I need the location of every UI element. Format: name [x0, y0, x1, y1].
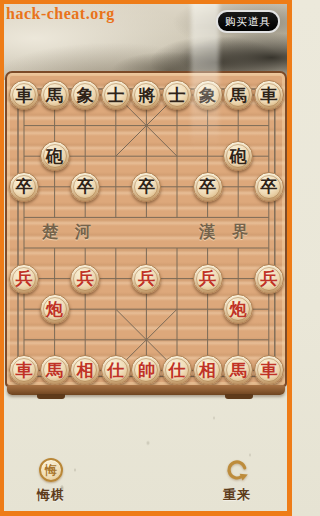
- piece-red-馬-r9c7[interactable]: 馬: [223, 355, 253, 385]
- undo-button-label: 悔棋: [37, 486, 65, 504]
- piece-red-仕-r9c5[interactable]: 仕: [162, 355, 192, 385]
- piece-black-馬-r0c1[interactable]: 馬: [40, 80, 70, 110]
- piece-red-車-r9c8[interactable]: 車: [254, 355, 284, 385]
- piece-black-卒-r3c0[interactable]: 卒: [9, 172, 39, 202]
- piece-red-馬-r9c1[interactable]: 馬: [40, 355, 70, 385]
- piece-black-將-r0c4[interactable]: 將: [131, 80, 161, 110]
- piece-red-炮-r7c1[interactable]: 炮: [40, 294, 70, 324]
- piece-black-卒-r3c6[interactable]: 卒: [193, 172, 223, 202]
- piece-red-兵-r6c4[interactable]: 兵: [131, 264, 161, 294]
- watermark-text: hack-cheat.org: [6, 5, 115, 23]
- restart-arrow-icon: [225, 458, 249, 482]
- restart-button-label: 重来: [223, 486, 251, 504]
- undo-move-button[interactable]: 悔 悔棋: [29, 458, 73, 504]
- piece-red-兵-r6c8[interactable]: 兵: [254, 264, 284, 294]
- piece-red-兵-r6c6[interactable]: 兵: [193, 264, 223, 294]
- piece-black-卒-r3c8[interactable]: 卒: [254, 172, 284, 202]
- restart-button[interactable]: 重来: [215, 458, 259, 504]
- piece-black-車-r0c8[interactable]: 車: [254, 80, 284, 110]
- piece-black-卒-r3c4[interactable]: 卒: [131, 172, 161, 202]
- piece-black-馬-r0c7[interactable]: 馬: [223, 80, 253, 110]
- piece-red-兵-r6c0[interactable]: 兵: [9, 264, 39, 294]
- piece-red-相-r9c2[interactable]: 相: [70, 355, 100, 385]
- piece-black-砲-r2c7[interactable]: 砲: [223, 141, 253, 171]
- piece-black-卒-r3c2[interactable]: 卒: [70, 172, 100, 202]
- piece-red-相-r9c6[interactable]: 相: [193, 355, 223, 385]
- piece-black-象-r0c2[interactable]: 象: [70, 80, 100, 110]
- piece-black-象-r0c6[interactable]: 象: [193, 80, 223, 110]
- piece-red-仕-r9c3[interactable]: 仕: [101, 355, 131, 385]
- piece-black-車-r0c0[interactable]: 車: [9, 80, 39, 110]
- piece-black-士-r0c5[interactable]: 士: [162, 80, 192, 110]
- undo-icon: 悔: [39, 458, 63, 482]
- board-base: [7, 385, 285, 395]
- piece-red-炮-r7c7[interactable]: 炮: [223, 294, 253, 324]
- piece-red-車-r9c0[interactable]: 車: [9, 355, 39, 385]
- piece-black-士-r0c3[interactable]: 士: [101, 80, 131, 110]
- piece-red-帥-r9c4[interactable]: 帥: [131, 355, 161, 385]
- buy-items-button[interactable]: 购买道具: [216, 10, 280, 33]
- piece-red-兵-r6c2[interactable]: 兵: [70, 264, 100, 294]
- piece-black-砲-r2c1[interactable]: 砲: [40, 141, 70, 171]
- pieces-layer: 車馬象士將士象馬車砲砲卒卒卒卒卒兵兵兵兵兵炮炮車馬相仕帥仕相馬車: [7, 73, 285, 385]
- board[interactable]: 楚河 漢界 車馬象士將士象馬車砲砲卒卒卒卒卒兵兵兵兵兵炮炮車馬相仕帥仕相馬車: [7, 73, 285, 385]
